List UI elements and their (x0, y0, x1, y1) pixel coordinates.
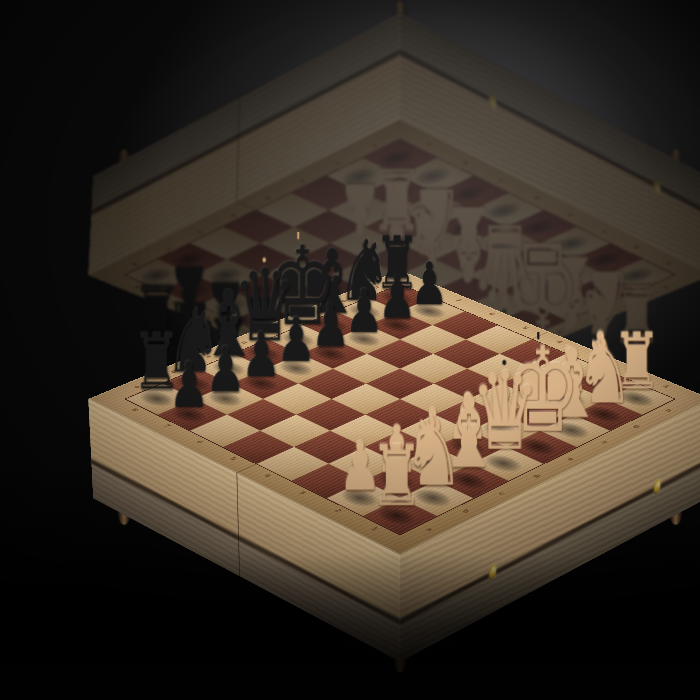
vignette (0, 0, 700, 700)
chess-set-photo: ♜♟♟♜♞♟♟♞♝♟♟♝♚♟♟♚♛♟♟♛♝♟♟♝♞♟♟♞♜♟♟♜hhggffee… (0, 0, 700, 700)
